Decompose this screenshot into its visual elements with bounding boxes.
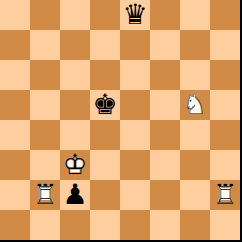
square-g6[interactable]	[180, 60, 210, 90]
square-h5[interactable]	[210, 90, 240, 120]
piece-black-pawn[interactable]: ♟	[60, 180, 90, 210]
square-b7[interactable]	[30, 30, 60, 60]
square-h6[interactable]	[210, 60, 240, 90]
square-d5[interactable]: ♚	[90, 90, 120, 120]
square-f5[interactable]	[150, 90, 180, 120]
square-e5[interactable]	[120, 90, 150, 120]
square-a3[interactable]	[0, 150, 30, 180]
square-b5[interactable]	[30, 90, 60, 120]
square-b2[interactable]: ♜♖	[30, 180, 60, 210]
square-h7[interactable]	[210, 30, 240, 60]
square-h3[interactable]	[210, 150, 240, 180]
square-g1[interactable]	[180, 210, 210, 240]
square-e2[interactable]	[120, 180, 150, 210]
square-a7[interactable]	[0, 30, 30, 60]
white-knight-icon: ♘	[180, 90, 210, 120]
square-f1[interactable]	[150, 210, 180, 240]
chessboard-screenshot: ♛♚♞♘♚♔♜♖♟♜♖	[0, 0, 242, 242]
square-c4[interactable]	[60, 120, 90, 150]
square-f7[interactable]	[150, 30, 180, 60]
square-a1[interactable]	[0, 210, 30, 240]
square-b4[interactable]	[30, 120, 60, 150]
square-d2[interactable]	[90, 180, 120, 210]
square-c1[interactable]	[60, 210, 90, 240]
piece-white-king[interactable]: ♚♔	[60, 150, 90, 180]
square-c5[interactable]	[60, 90, 90, 120]
square-e6[interactable]	[120, 60, 150, 90]
piece-white-rook[interactable]: ♜♖	[30, 180, 60, 210]
square-c2[interactable]: ♟	[60, 180, 90, 210]
square-a5[interactable]	[0, 90, 30, 120]
square-d7[interactable]	[90, 30, 120, 60]
square-f3[interactable]	[150, 150, 180, 180]
square-e1[interactable]	[120, 210, 150, 240]
square-b8[interactable]	[30, 0, 60, 30]
square-f4[interactable]	[150, 120, 180, 150]
chess-board: ♛♚♞♘♚♔♜♖♟♜♖	[0, 0, 240, 240]
square-d6[interactable]	[90, 60, 120, 90]
square-c8[interactable]	[60, 0, 90, 30]
square-f2[interactable]	[150, 180, 180, 210]
white-king-icon: ♔	[60, 150, 90, 180]
white-rook-icon: ♖	[210, 180, 240, 210]
square-e4[interactable]	[120, 120, 150, 150]
square-c6[interactable]	[60, 60, 90, 90]
square-b6[interactable]	[30, 60, 60, 90]
board-frame: ♛♚♞♘♚♔♜♖♟♜♖	[0, 0, 242, 242]
square-c3[interactable]: ♚♔	[60, 150, 90, 180]
square-f6[interactable]	[150, 60, 180, 90]
piece-black-queen[interactable]: ♛	[120, 0, 150, 30]
square-d4[interactable]	[90, 120, 120, 150]
square-e7[interactable]	[120, 30, 150, 60]
square-g4[interactable]	[180, 120, 210, 150]
square-h8[interactable]	[210, 0, 240, 30]
white-rook-icon: ♖	[30, 180, 60, 210]
square-h1[interactable]	[210, 210, 240, 240]
square-d1[interactable]	[90, 210, 120, 240]
square-g5[interactable]: ♞♘	[180, 90, 210, 120]
square-g7[interactable]	[180, 30, 210, 60]
square-e8[interactable]: ♛	[120, 0, 150, 30]
square-c7[interactable]	[60, 30, 90, 60]
square-e3[interactable]	[120, 150, 150, 180]
square-a6[interactable]	[0, 60, 30, 90]
square-a8[interactable]	[0, 0, 30, 30]
square-d8[interactable]	[90, 0, 120, 30]
square-b3[interactable]	[30, 150, 60, 180]
square-h4[interactable]	[210, 120, 240, 150]
square-f8[interactable]	[150, 0, 180, 30]
square-a2[interactable]	[0, 180, 30, 210]
square-a4[interactable]	[0, 120, 30, 150]
square-b1[interactable]	[30, 210, 60, 240]
square-d3[interactable]	[90, 150, 120, 180]
piece-white-knight[interactable]: ♞♘	[180, 90, 210, 120]
square-h2[interactable]: ♜♖	[210, 180, 240, 210]
piece-black-king[interactable]: ♚	[90, 90, 120, 120]
square-g3[interactable]	[180, 150, 210, 180]
square-g2[interactable]	[180, 180, 210, 210]
square-g8[interactable]	[180, 0, 210, 30]
piece-white-rook[interactable]: ♜♖	[210, 180, 240, 210]
